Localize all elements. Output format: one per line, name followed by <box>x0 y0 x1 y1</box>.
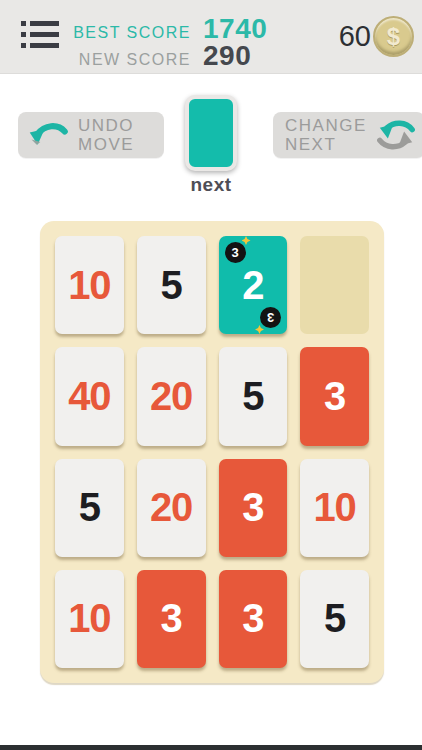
dollar-symbol: $ <box>387 23 400 51</box>
card-value: 3 <box>242 596 263 641</box>
bottom-edge-bar <box>0 745 422 750</box>
undo-label-line1: UNDO <box>78 116 134 135</box>
card-value: 5 <box>79 485 100 530</box>
swap-arrows-icon <box>375 117 417 153</box>
card-value: 2 <box>242 263 263 308</box>
card-value: 5 <box>324 596 345 641</box>
board-cell: 10 <box>300 459 369 557</box>
bomb-icon: 3 <box>260 307 281 328</box>
top-bar: BEST SCORE 1740 NEW SCORE 290 60 $ <box>0 0 422 74</box>
board-cell: 5 <box>55 459 124 557</box>
board-cell: 10 <box>55 236 124 334</box>
card-value: 10 <box>68 263 111 308</box>
new-score-value: 290 <box>203 40 273 72</box>
change-label-line2: NEXT <box>285 135 375 154</box>
board-cell: 3 <box>219 459 288 557</box>
board-cell: 5 <box>137 236 206 334</box>
board-cell: 3 <box>300 347 369 445</box>
coin-count: 60 <box>339 20 371 53</box>
card-value: 40 <box>68 374 111 419</box>
undo-move-button[interactable]: UNDO MOVE <box>18 112 164 158</box>
card-value: 20 <box>150 374 193 419</box>
menu-button[interactable] <box>21 21 59 53</box>
score-panel: BEST SCORE 1740 NEW SCORE 290 <box>58 13 273 67</box>
new-score-row: NEW SCORE 290 <box>58 40 273 65</box>
card-value: 5 <box>161 263 182 308</box>
board-cell: 3 <box>219 570 288 668</box>
change-label-line1: CHANGE <box>285 116 375 135</box>
game-board[interactable]: 10 5 3 2 3 40 20 5 3 5 20 3 10 10 3 <box>40 221 384 683</box>
board-cell: 10 <box>55 570 124 668</box>
board-cell: 20 <box>137 459 206 557</box>
bomb-icon: 3 <box>225 242 246 263</box>
bomb-fuse-count: 3 <box>267 310 274 325</box>
bomb-spark-icon <box>255 325 264 334</box>
card-value: 5 <box>242 374 263 419</box>
board-cell: 40 <box>55 347 124 445</box>
card-value: 3 <box>161 596 182 641</box>
board-cell: 20 <box>137 347 206 445</box>
change-next-button[interactable]: CHANGE NEXT <box>273 112 422 158</box>
undo-label-line2: MOVE <box>78 135 134 154</box>
card-value: 10 <box>68 596 111 641</box>
best-score-label: BEST SCORE <box>58 24 191 42</box>
board-cell: 5 <box>300 570 369 668</box>
board-cell: 5 <box>219 347 288 445</box>
bomb-spark-icon <box>242 236 251 245</box>
board-cell: 3 <box>137 570 206 668</box>
new-score-label: NEW SCORE <box>58 51 191 69</box>
app-screen: BEST SCORE 1740 NEW SCORE 290 60 $ UNDO … <box>0 0 422 750</box>
card-value: 10 <box>313 485 356 530</box>
next-label: next <box>0 174 422 196</box>
bomb-fuse-count: 3 <box>231 245 238 260</box>
list-menu-icon <box>21 21 59 26</box>
coin-icon: $ <box>373 16 414 57</box>
card-value: 20 <box>150 485 193 530</box>
best-score-row: BEST SCORE 1740 <box>58 13 273 38</box>
card-value: 3 <box>324 374 345 419</box>
undo-arrow-icon <box>28 117 70 153</box>
board-cell-empty <box>300 236 369 334</box>
next-tile-preview <box>185 95 237 171</box>
card-value: 3 <box>242 485 263 530</box>
coin-button[interactable]: 60 $ <box>339 16 414 57</box>
board-cell: 3 2 3 <box>219 236 288 334</box>
